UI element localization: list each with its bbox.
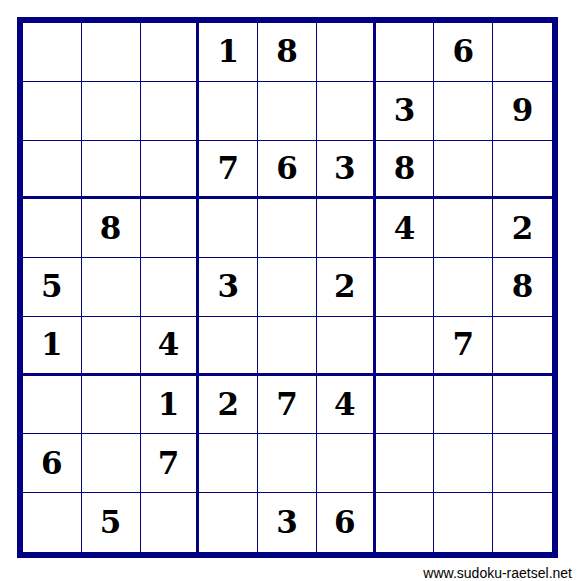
cell-r8c7[interactable]	[376, 434, 435, 493]
cell-r6c1[interactable]: 1	[23, 317, 82, 376]
cell-r4c7[interactable]: 4	[376, 199, 435, 258]
cell-r7c4[interactable]: 2	[199, 376, 258, 435]
cell-r5c2[interactable]	[82, 258, 141, 317]
cell-r2c8[interactable]	[434, 82, 493, 141]
cell-r7c7[interactable]	[376, 376, 435, 435]
cell-r8c3[interactable]: 7	[141, 434, 200, 493]
cell-r4c9[interactable]: 2	[493, 199, 552, 258]
cell-r7c8[interactable]	[434, 376, 493, 435]
cell-r2c4[interactable]	[199, 82, 258, 141]
cell-r4c6[interactable]	[317, 199, 376, 258]
cell-r3c6[interactable]: 3	[317, 141, 376, 200]
cell-r6c6[interactable]	[317, 317, 376, 376]
cell-r3c8[interactable]	[434, 141, 493, 200]
cell-r2c1[interactable]	[23, 82, 82, 141]
cell-r9c1[interactable]	[23, 493, 82, 552]
cell-r8c2[interactable]	[82, 434, 141, 493]
cell-r9c9[interactable]	[493, 493, 552, 552]
cell-r2c7[interactable]: 3	[376, 82, 435, 141]
cell-r5c8[interactable]	[434, 258, 493, 317]
cell-r9c8[interactable]	[434, 493, 493, 552]
cell-r5c4[interactable]: 3	[199, 258, 258, 317]
cell-r4c3[interactable]	[141, 199, 200, 258]
cell-r6c8[interactable]: 7	[434, 317, 493, 376]
cell-r3c3[interactable]	[141, 141, 200, 200]
cell-r1c2[interactable]	[82, 23, 141, 82]
cell-r7c6[interactable]: 4	[317, 376, 376, 435]
cell-r8c1[interactable]: 6	[23, 434, 82, 493]
cell-r3c1[interactable]	[23, 141, 82, 200]
cell-r4c2[interactable]: 8	[82, 199, 141, 258]
cell-r3c9[interactable]	[493, 141, 552, 200]
cell-r7c1[interactable]	[23, 376, 82, 435]
cell-r2c5[interactable]	[258, 82, 317, 141]
cell-r3c2[interactable]	[82, 141, 141, 200]
cell-r8c8[interactable]	[434, 434, 493, 493]
cell-r9c4[interactable]	[199, 493, 258, 552]
cell-r2c6[interactable]	[317, 82, 376, 141]
cell-r5c5[interactable]	[258, 258, 317, 317]
cell-r3c4[interactable]: 7	[199, 141, 258, 200]
cell-r9c2[interactable]: 5	[82, 493, 141, 552]
cell-r1c4[interactable]: 1	[199, 23, 258, 82]
cell-r6c5[interactable]	[258, 317, 317, 376]
cell-r8c5[interactable]	[258, 434, 317, 493]
cell-r4c8[interactable]	[434, 199, 493, 258]
cell-r4c4[interactable]	[199, 199, 258, 258]
cell-r5c6[interactable]: 2	[317, 258, 376, 317]
cell-r6c3[interactable]: 4	[141, 317, 200, 376]
cell-r5c3[interactable]	[141, 258, 200, 317]
sudoku-board: 1863976388425328147127467536	[17, 17, 558, 558]
cell-r6c2[interactable]	[82, 317, 141, 376]
cell-r8c4[interactable]	[199, 434, 258, 493]
cell-r7c2[interactable]	[82, 376, 141, 435]
cell-r9c3[interactable]	[141, 493, 200, 552]
cell-r1c6[interactable]	[317, 23, 376, 82]
cell-r2c2[interactable]	[82, 82, 141, 141]
cell-r3c7[interactable]: 8	[376, 141, 435, 200]
cell-r1c8[interactable]: 6	[434, 23, 493, 82]
cell-r4c1[interactable]	[23, 199, 82, 258]
cell-r3c5[interactable]: 6	[258, 141, 317, 200]
cell-r1c5[interactable]: 8	[258, 23, 317, 82]
watermark-url: www.sudoku-raetsel.net	[423, 565, 572, 581]
cell-r1c9[interactable]	[493, 23, 552, 82]
cell-r2c9[interactable]: 9	[493, 82, 552, 141]
cell-r4c5[interactable]	[258, 199, 317, 258]
cell-r6c4[interactable]	[199, 317, 258, 376]
cell-r7c9[interactable]	[493, 376, 552, 435]
cell-r6c9[interactable]	[493, 317, 552, 376]
cell-r6c7[interactable]	[376, 317, 435, 376]
cell-r8c6[interactable]	[317, 434, 376, 493]
cell-r9c5[interactable]: 3	[258, 493, 317, 552]
cell-r8c9[interactable]	[493, 434, 552, 493]
cell-r1c3[interactable]	[141, 23, 200, 82]
cell-r7c3[interactable]: 1	[141, 376, 200, 435]
cell-r5c9[interactable]: 8	[493, 258, 552, 317]
cell-r1c7[interactable]	[376, 23, 435, 82]
cell-r9c7[interactable]	[376, 493, 435, 552]
cell-r5c1[interactable]: 5	[23, 258, 82, 317]
cell-r2c3[interactable]	[141, 82, 200, 141]
cell-r5c7[interactable]	[376, 258, 435, 317]
cell-r7c5[interactable]: 7	[258, 376, 317, 435]
cell-r9c6[interactable]: 6	[317, 493, 376, 552]
cell-r1c1[interactable]	[23, 23, 82, 82]
